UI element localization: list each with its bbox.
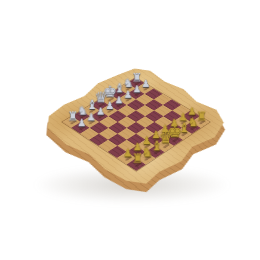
board-stage: ♜♞♝♛♚♝♞♜♟♟♟♟♟♟♟♟♟♟♟♟♟♟♟♟♜♞♝♛♚♝♞♜: [0, 0, 260, 260]
board-3d: ♜♞♝♛♚♝♞♜♟♟♟♟♟♟♟♟♟♟♟♟♟♟♟♟♜♞♝♛♚♝♞♜: [33, 61, 239, 192]
silver-pawn: ♟: [72, 118, 90, 128]
product-photo: ♜♞♝♛♚♝♞♜♟♟♟♟♟♟♟♟♟♟♟♟♟♟♟♟♜♞♝♛♚♝♞♜: [0, 0, 260, 260]
gold-rook: ♜: [128, 152, 147, 165]
